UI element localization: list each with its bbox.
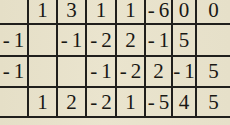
cell-r2c1: - 1 bbox=[0, 25, 29, 57]
cell-r1c6: - 6 bbox=[146, 0, 173, 25]
cell-r3c5: - 2 bbox=[117, 57, 146, 88]
cell-r4c7: 4 bbox=[173, 88, 197, 118]
cell-r1c1 bbox=[0, 0, 29, 25]
cell-r2c4: - 2 bbox=[87, 25, 117, 57]
cell-r3c7: - 1 bbox=[173, 57, 197, 88]
cell-r3c1: - 1 bbox=[0, 57, 29, 88]
cell-r1c4: 1 bbox=[87, 0, 117, 25]
cell-r2c5: 2 bbox=[117, 25, 146, 57]
cell-r2c7: 5 bbox=[173, 25, 197, 57]
cell-r4c4: - 2 bbox=[87, 88, 117, 118]
cell-r1c7: 0 bbox=[173, 0, 197, 25]
cell-r3c4: - 1 bbox=[87, 57, 117, 88]
cell-r4c8: 5 bbox=[197, 88, 230, 118]
cell-r4c5: 1 bbox=[117, 88, 146, 118]
cell-r2c8 bbox=[197, 25, 230, 57]
cell-r1c5: 1 bbox=[117, 0, 146, 25]
cell-r3c2 bbox=[29, 57, 58, 88]
cell-r2c2 bbox=[29, 25, 58, 57]
cell-r4c2: 1 bbox=[29, 88, 58, 118]
cell-r1c8: 0 bbox=[197, 0, 230, 25]
cell-r3c6: 2 bbox=[146, 57, 173, 88]
cell-r4c1 bbox=[0, 88, 29, 118]
cell-r2c3: - 1 bbox=[58, 25, 87, 57]
scanned-number-table: 1 3 1 1 - 6 0 0 - 1 - 1 - 2 2 - 1 5 - 1 … bbox=[0, 0, 230, 125]
cell-r3c8: 5 bbox=[197, 57, 230, 88]
cell-r4c3: 2 bbox=[58, 88, 87, 118]
number-grid: 1 3 1 1 - 6 0 0 - 1 - 1 - 2 2 - 1 5 - 1 … bbox=[0, 0, 230, 118]
cell-r3c3 bbox=[58, 57, 87, 88]
cell-r2c6: - 1 bbox=[146, 25, 173, 57]
cell-r1c2: 1 bbox=[29, 0, 58, 25]
bottom-paper-margin bbox=[0, 118, 230, 125]
cell-r1c3: 3 bbox=[58, 0, 87, 25]
cell-r4c6: - 5 bbox=[146, 88, 173, 118]
